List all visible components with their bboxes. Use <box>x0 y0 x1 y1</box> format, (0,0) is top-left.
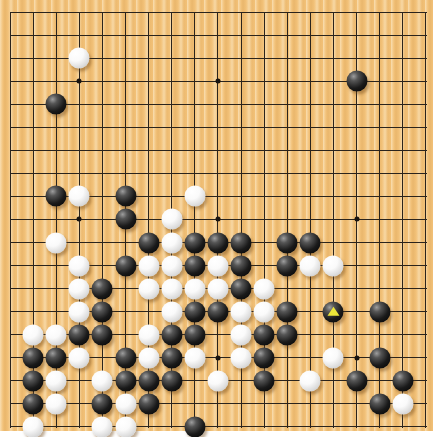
white-stone <box>161 209 182 230</box>
grid-hline <box>10 127 427 128</box>
grid-hline <box>10 173 427 174</box>
white-stone <box>254 278 275 299</box>
last-move-triangle-marker <box>327 307 339 316</box>
white-stone <box>138 324 159 345</box>
black-stone <box>392 370 413 391</box>
black-stone <box>46 94 67 115</box>
black-stone <box>161 370 182 391</box>
black-stone <box>23 370 44 391</box>
star-point <box>77 79 82 84</box>
white-stone <box>46 393 67 414</box>
white-stone <box>92 370 113 391</box>
white-stone <box>69 255 90 276</box>
black-stone <box>277 232 298 253</box>
white-stone <box>115 393 136 414</box>
black-stone <box>46 347 67 368</box>
black-stone <box>115 209 136 230</box>
black-stone <box>115 370 136 391</box>
black-stone <box>92 393 113 414</box>
white-stone <box>231 324 252 345</box>
white-stone <box>69 347 90 368</box>
white-stone <box>231 301 252 322</box>
black-stone <box>115 347 136 368</box>
black-stone <box>92 324 113 345</box>
black-stone <box>254 347 275 368</box>
white-stone <box>300 370 321 391</box>
last-move-marker-host <box>323 301 344 322</box>
grid-hline <box>10 150 427 151</box>
white-stone <box>323 255 344 276</box>
black-stone <box>115 255 136 276</box>
black-stone <box>254 324 275 345</box>
white-stone <box>69 301 90 322</box>
star-point <box>354 217 359 222</box>
white-stone <box>161 301 182 322</box>
black-stone <box>69 324 90 345</box>
white-stone <box>115 416 136 437</box>
go-board[interactable] <box>0 0 433 431</box>
white-stone <box>138 347 159 368</box>
black-stone <box>231 255 252 276</box>
grid-hline <box>10 104 427 105</box>
white-stone <box>254 301 275 322</box>
white-stone <box>92 416 113 437</box>
white-stone <box>138 278 159 299</box>
grid-hline <box>10 35 427 36</box>
grid-hline <box>10 12 427 13</box>
grid-vline <box>10 12 11 428</box>
black-stone <box>346 71 367 92</box>
grid-hline <box>10 403 427 404</box>
white-stone <box>23 416 44 437</box>
white-stone <box>184 347 205 368</box>
black-stone <box>277 255 298 276</box>
black-stone <box>346 370 367 391</box>
star-point <box>215 79 220 84</box>
white-stone <box>184 186 205 207</box>
black-stone <box>300 232 321 253</box>
black-stone <box>277 324 298 345</box>
black-stone <box>207 301 228 322</box>
black-stone <box>138 370 159 391</box>
white-stone <box>46 232 67 253</box>
black-stone <box>369 347 390 368</box>
white-stone <box>184 278 205 299</box>
black-stone <box>254 370 275 391</box>
white-stone <box>207 278 228 299</box>
black-stone <box>369 393 390 414</box>
white-stone <box>207 255 228 276</box>
black-stone <box>115 186 136 207</box>
black-stone <box>369 301 390 322</box>
star-point <box>77 217 82 222</box>
black-stone <box>138 232 159 253</box>
white-stone <box>46 370 67 391</box>
white-stone <box>161 278 182 299</box>
white-stone <box>69 48 90 69</box>
grid-vline <box>402 12 403 428</box>
black-stone <box>184 416 205 437</box>
white-stone <box>323 347 344 368</box>
white-stone <box>69 186 90 207</box>
white-stone <box>392 393 413 414</box>
grid-vline <box>287 12 288 428</box>
black-stone <box>92 278 113 299</box>
black-stone <box>161 347 182 368</box>
black-stone <box>231 278 252 299</box>
black-stone <box>23 347 44 368</box>
grid-vline <box>102 12 103 428</box>
star-point <box>354 355 359 360</box>
star-point <box>215 217 220 222</box>
grid-vline <box>310 12 311 428</box>
white-stone <box>207 370 228 391</box>
white-stone <box>161 255 182 276</box>
white-stone <box>23 324 44 345</box>
grid-vline <box>425 12 426 428</box>
black-stone <box>46 186 67 207</box>
black-stone <box>138 393 159 414</box>
star-point <box>215 355 220 360</box>
black-stone <box>161 324 182 345</box>
grid-hline <box>10 426 427 427</box>
black-stone <box>184 255 205 276</box>
black-stone <box>231 232 252 253</box>
white-stone <box>69 278 90 299</box>
white-stone <box>161 232 182 253</box>
black-stone <box>207 232 228 253</box>
white-stone <box>138 255 159 276</box>
black-stone <box>92 301 113 322</box>
white-stone <box>46 324 67 345</box>
white-stone <box>300 255 321 276</box>
black-stone <box>184 232 205 253</box>
black-stone <box>23 393 44 414</box>
white-stone <box>231 347 252 368</box>
black-stone <box>184 324 205 345</box>
black-stone <box>277 301 298 322</box>
black-stone <box>184 301 205 322</box>
